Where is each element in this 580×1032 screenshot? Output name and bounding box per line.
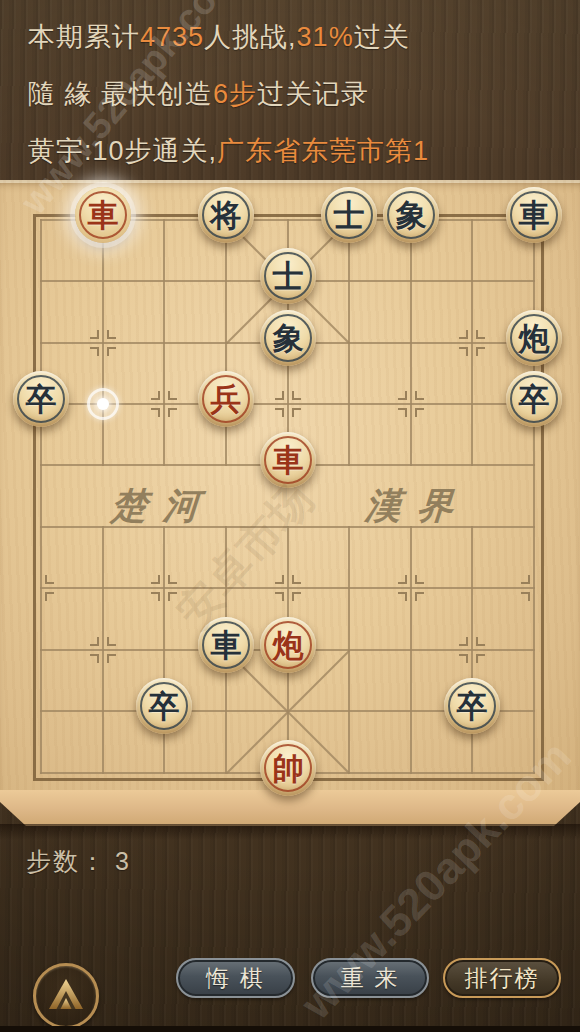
- position-marker: [90, 347, 99, 356]
- piece-red-帥[interactable]: 帥: [260, 740, 316, 796]
- piece-glyph: 車: [260, 432, 316, 488]
- position-marker: [292, 575, 301, 584]
- piece-glyph: 象: [260, 310, 316, 366]
- position-marker: [275, 575, 284, 584]
- position-marker: [476, 654, 485, 663]
- piece-black-炮[interactable]: 炮: [506, 310, 562, 366]
- position-marker: [107, 347, 116, 356]
- piece-glyph: 帥: [260, 740, 316, 796]
- leaderboard-button[interactable]: 排行榜: [443, 958, 561, 998]
- grid-line: [102, 219, 104, 466]
- position-marker: [45, 592, 54, 601]
- piece-red-車[interactable]: 車: [75, 187, 131, 243]
- position-marker: [90, 637, 99, 646]
- grid-line: [40, 219, 42, 774]
- position-marker: [459, 637, 468, 646]
- position-marker: [151, 592, 160, 601]
- piece-glyph: 卒: [506, 371, 562, 427]
- grid-line: [533, 219, 535, 774]
- undo-button[interactable]: 悔 棋: [176, 958, 295, 998]
- stats-line-record: 隨 緣 最快创造6步过关记录: [28, 76, 369, 112]
- position-marker: [398, 408, 407, 417]
- river-label-right: 漢界: [363, 482, 470, 531]
- position-marker: [398, 575, 407, 584]
- position-marker: [168, 575, 177, 584]
- position-marker: [415, 575, 424, 584]
- piece-glyph: 車: [198, 617, 254, 673]
- position-marker: [459, 347, 468, 356]
- position-marker: [275, 592, 284, 601]
- position-marker: [107, 654, 116, 663]
- position-marker: [476, 347, 485, 356]
- piece-red-兵[interactable]: 兵: [198, 371, 254, 427]
- river-label-left: 楚河: [109, 482, 216, 531]
- grid-line: [163, 219, 165, 466]
- bottom-strip: [0, 1026, 580, 1032]
- home-button[interactable]: [33, 963, 99, 1029]
- position-marker: [275, 391, 284, 400]
- piece-red-車[interactable]: 車: [260, 432, 316, 488]
- position-marker: [398, 391, 407, 400]
- position-marker: [415, 391, 424, 400]
- grid-line: [471, 526, 473, 774]
- position-marker: [415, 592, 424, 601]
- piece-glyph: 炮: [260, 617, 316, 673]
- position-marker: [107, 330, 116, 339]
- piece-glyph: 象: [383, 187, 439, 243]
- piece-black-卒[interactable]: 卒: [13, 371, 69, 427]
- position-marker: [45, 575, 54, 584]
- position-marker: [275, 408, 284, 417]
- piece-glyph: 兵: [198, 371, 254, 427]
- piece-black-卒[interactable]: 卒: [136, 678, 192, 734]
- position-marker: [521, 592, 530, 601]
- piece-black-象[interactable]: 象: [260, 310, 316, 366]
- piece-black-士[interactable]: 士: [321, 187, 377, 243]
- position-marker: [521, 575, 530, 584]
- peak-arrow-icon: [47, 978, 85, 1014]
- piece-black-卒[interactable]: 卒: [444, 678, 500, 734]
- piece-black-象[interactable]: 象: [383, 187, 439, 243]
- piece-black-士[interactable]: 士: [260, 248, 316, 304]
- piece-black-車[interactable]: 車: [506, 187, 562, 243]
- position-marker: [90, 654, 99, 663]
- piece-glyph: 士: [321, 187, 377, 243]
- piece-red-炮[interactable]: 炮: [260, 617, 316, 673]
- stats-line-challengers: 本期累计4735人挑战,31%过关: [28, 19, 410, 55]
- piece-black-卒[interactable]: 卒: [506, 371, 562, 427]
- piece-black-車[interactable]: 車: [198, 617, 254, 673]
- stats-line-player: 黄宇:10步通关,广东省东莞市第1: [28, 133, 429, 169]
- position-marker: [168, 408, 177, 417]
- grid-line: [102, 526, 104, 774]
- position-marker: [151, 575, 160, 584]
- position-marker: [151, 391, 160, 400]
- position-marker: [476, 637, 485, 646]
- grid-line: [163, 526, 165, 774]
- grid-line: [410, 526, 412, 774]
- move-origin-dot: [97, 398, 109, 410]
- board-shadow: [0, 824, 580, 840]
- piece-glyph: 将: [198, 187, 254, 243]
- restart-button[interactable]: 重 来: [311, 958, 429, 998]
- piece-glyph: 車: [75, 187, 131, 243]
- piece-glyph: 卒: [136, 678, 192, 734]
- position-marker: [151, 408, 160, 417]
- piece-black-将[interactable]: 将: [198, 187, 254, 243]
- position-marker: [168, 391, 177, 400]
- position-marker: [292, 408, 301, 417]
- position-marker: [292, 391, 301, 400]
- grid-line: [410, 219, 412, 466]
- grid-line: [471, 219, 473, 466]
- position-marker: [459, 330, 468, 339]
- piece-glyph: 卒: [444, 678, 500, 734]
- position-marker: [168, 592, 177, 601]
- position-marker: [90, 330, 99, 339]
- move-counter: 步数：3: [26, 845, 131, 878]
- piece-glyph: 車: [506, 187, 562, 243]
- piece-glyph: 士: [260, 248, 316, 304]
- position-marker: [398, 592, 407, 601]
- position-marker: [476, 330, 485, 339]
- piece-glyph: 卒: [13, 371, 69, 427]
- app-screen: 本期累计4735人挑战,31%过关 隨 緣 最快创造6步过关记录 黄宇:10步通…: [0, 0, 580, 1032]
- position-marker: [292, 592, 301, 601]
- piece-glyph: 炮: [506, 310, 562, 366]
- position-marker: [107, 637, 116, 646]
- position-marker: [415, 408, 424, 417]
- position-marker: [459, 654, 468, 663]
